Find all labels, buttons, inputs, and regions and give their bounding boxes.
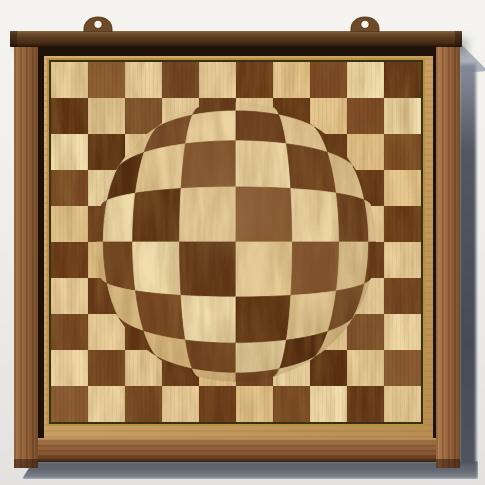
board-cell-r5c2 [88, 206, 125, 242]
board-cell-r9c2 [88, 350, 125, 386]
board-cell-r5c3 [125, 206, 162, 242]
board-cell-r6c1 [51, 242, 88, 278]
board-cell-r10c5 [199, 386, 236, 422]
board-cell-r7c7 [273, 278, 310, 314]
board-cell-r4c2 [88, 170, 125, 206]
board-cell-r9c9 [347, 350, 384, 386]
board-cell-r7c10 [384, 278, 421, 314]
board-cell-r8c10 [384, 314, 421, 350]
board-cell-r8c4 [162, 314, 199, 350]
board-cell-r10c9 [347, 386, 384, 422]
board-cell-r1c8 [310, 62, 347, 98]
board-cell-r3c6 [236, 134, 273, 170]
board-cell-r2c9 [347, 98, 384, 134]
board-cell-r2c2 [88, 98, 125, 134]
board-cell-r8c9 [347, 314, 384, 350]
board-cell-r6c7 [273, 242, 310, 278]
board-cell-r1c7 [273, 62, 310, 98]
board-cell-r3c2 [88, 134, 125, 170]
board-cell-r10c1 [51, 386, 88, 422]
board-cell-r8c8 [310, 314, 347, 350]
board-cell-r6c4 [162, 242, 199, 278]
board-cell-r7c4 [162, 278, 199, 314]
board-cell-r10c3 [125, 386, 162, 422]
board-cell-r4c5 [199, 170, 236, 206]
board-cell-r1c10 [384, 62, 421, 98]
board-cell-r2c5 [199, 98, 236, 134]
board-cell-r4c6 [236, 170, 273, 206]
board-cell-r5c9 [347, 206, 384, 242]
board-cell-r9c1 [51, 350, 88, 386]
board-cell-r7c8 [310, 278, 347, 314]
board-cell-r1c4 [162, 62, 199, 98]
board-cell-r9c6 [236, 350, 273, 386]
board-cell-r9c5 [199, 350, 236, 386]
board-cell-r5c6 [236, 206, 273, 242]
board-cell-r8c7 [273, 314, 310, 350]
board-cell-r3c7 [273, 134, 310, 170]
board-cell-r2c1 [51, 98, 88, 134]
board-cell-r8c1 [51, 314, 88, 350]
board-cell-r10c4 [162, 386, 199, 422]
board-cell-r6c5 [199, 242, 236, 278]
board-cell-r10c6 [236, 386, 273, 422]
board-cell-r10c8 [310, 386, 347, 422]
game-board [51, 62, 421, 422]
board-cell-r4c7 [273, 170, 310, 206]
board-cell-r10c7 [273, 386, 310, 422]
board-cell-r7c2 [88, 278, 125, 314]
board-cell-r1c2 [88, 62, 125, 98]
board-cell-r3c9 [347, 134, 384, 170]
board-cell-r3c1 [51, 134, 88, 170]
board-cell-r1c3 [125, 62, 162, 98]
board-cell-r2c10 [384, 98, 421, 134]
board-cell-r3c3 [125, 134, 162, 170]
board-cell-r4c3 [125, 170, 162, 206]
hanging-loop-left [83, 16, 113, 32]
board-cell-r8c5 [199, 314, 236, 350]
board-cell-r5c8 [310, 206, 347, 242]
board-cell-r2c3 [125, 98, 162, 134]
board-cell-r4c4 [162, 170, 199, 206]
board-cell-r5c5 [199, 206, 236, 242]
wall-shadow-bottom [22, 461, 478, 479]
board-cell-r9c4 [162, 350, 199, 386]
board-cell-r2c7 [273, 98, 310, 134]
board-cell-r2c4 [162, 98, 199, 134]
board-cell-r6c2 [88, 242, 125, 278]
board-cell-r6c6 [236, 242, 273, 278]
board-cell-r7c6 [236, 278, 273, 314]
board-cell-r2c6 [236, 98, 273, 134]
board-cell-r4c8 [310, 170, 347, 206]
board-cell-r8c6 [236, 314, 273, 350]
board-cell-r6c3 [125, 242, 162, 278]
board-cell-r5c10 [384, 206, 421, 242]
board-cell-r5c4 [162, 206, 199, 242]
board-cell-r7c5 [199, 278, 236, 314]
board-cell-r1c1 [51, 62, 88, 98]
photo-of-wall-hung-board [0, 0, 485, 485]
board-cell-r6c9 [347, 242, 384, 278]
hanging-loop-right [350, 16, 380, 32]
board-cell-r4c10 [384, 170, 421, 206]
board-cell-r10c2 [88, 386, 125, 422]
board-cell-r9c10 [384, 350, 421, 386]
board-cell-r9c7 [273, 350, 310, 386]
board-cell-r6c10 [384, 242, 421, 278]
board-cell-r5c1 [51, 206, 88, 242]
board-cell-r7c1 [51, 278, 88, 314]
board-cell-r4c9 [347, 170, 384, 206]
board-cell-r8c2 [88, 314, 125, 350]
board-cell-r8c3 [125, 314, 162, 350]
board-cell-r2c8 [310, 98, 347, 134]
board-cell-r5c7 [273, 206, 310, 242]
board-cell-r7c3 [125, 278, 162, 314]
board-cell-r4c1 [51, 170, 88, 206]
board-cell-r3c10 [384, 134, 421, 170]
board-cell-r7c9 [347, 278, 384, 314]
board-cell-r10c10 [384, 386, 421, 422]
board-cell-r9c3 [125, 350, 162, 386]
board-cell-r1c9 [347, 62, 384, 98]
board-cell-r9c8 [310, 350, 347, 386]
board-cell-r3c5 [199, 134, 236, 170]
board-cell-r1c6 [236, 62, 273, 98]
frame-bottom-rail [38, 438, 436, 462]
frame-right-stile [436, 47, 460, 468]
board-cell-r6c8 [310, 242, 347, 278]
frame-left-stile [14, 47, 38, 468]
board-cell-r3c8 [310, 134, 347, 170]
hanging-rail [10, 31, 462, 47]
board-cell-r1c5 [199, 62, 236, 98]
wall-shadow-right [459, 64, 476, 464]
board-cell-r3c4 [162, 134, 199, 170]
